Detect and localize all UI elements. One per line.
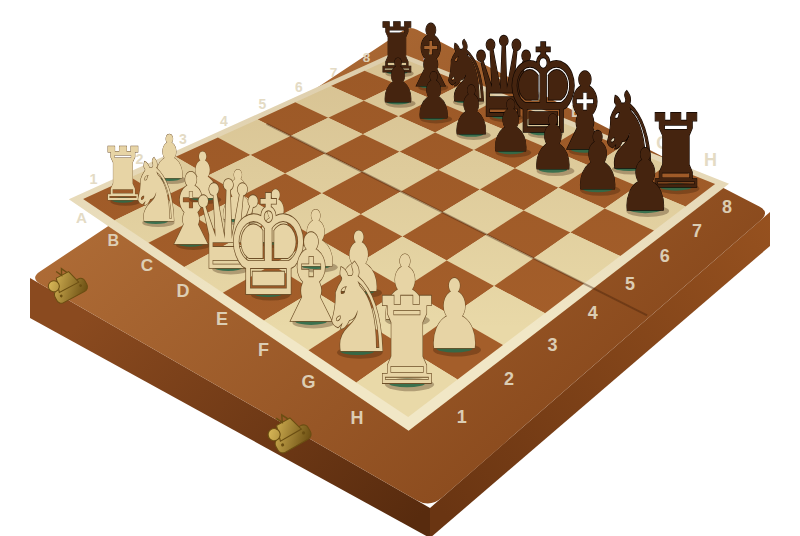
black-pawn-glyph: ♟ [378,46,417,116]
rank-label-right-7: 7 [692,221,702,241]
piece-black-pawn-b7[interactable]: ♟ [378,46,417,116]
black-pawn-glyph: ♟ [488,85,534,169]
wooden-folding-chessboard: AABBCCDDEEFFGGHH1122334455667788♜♝♞♟♛♟♚♟… [0,0,800,536]
piece-black-pawn-c7[interactable]: ♟ [413,58,454,133]
rank-label-right-8: 8 [722,197,732,217]
file-label-near-G: G [301,372,315,392]
piece-black-pawn-g7[interactable]: ♟ [572,114,624,207]
piece-white-rook-h1[interactable]: ♜ [368,272,445,412]
black-pawn-glyph: ♟ [413,58,454,133]
rank-label-left-6: 6 [295,80,303,95]
rank-label-right-1: 1 [457,407,467,427]
rank-label-left-7: 7 [330,65,338,80]
rank-label-left-5: 5 [259,96,267,112]
file-label-near-B: B [107,231,119,249]
file-label-near-A: A [76,209,87,226]
rank-label-right-3: 3 [547,335,557,355]
piece-black-pawn-h7[interactable]: ♟ [618,130,673,230]
rank-label-left-8: 8 [363,50,371,65]
file-label-near-C: C [141,255,153,275]
rank-label-left-1: 1 [89,171,97,187]
black-pawn-glyph: ♟ [529,99,578,187]
black-pawn-glyph: ♟ [572,114,624,207]
file-label-near-D: D [177,281,190,301]
rank-label-left-4: 4 [220,113,228,129]
piece-black-pawn-d7[interactable]: ♟ [449,71,492,150]
rank-label-right-2: 2 [504,369,514,389]
file-label-near-F: F [258,340,269,360]
rank-label-right-5: 5 [625,274,635,294]
rank-label-right-4: 4 [588,303,598,323]
black-pawn-glyph: ♟ [618,130,673,230]
piece-black-pawn-f7[interactable]: ♟ [529,99,578,187]
rank-label-right-6: 6 [660,246,670,266]
piece-black-pawn-e7[interactable]: ♟ [488,85,534,169]
white-rook-glyph: ♜ [368,272,445,412]
black-pawn-glyph: ♟ [449,71,492,150]
file-label-near-H: H [350,408,363,428]
product-photo-canvas: AABBCCDDEEFFGGHH1122334455667788♜♝♞♟♛♟♚♟… [0,0,800,536]
